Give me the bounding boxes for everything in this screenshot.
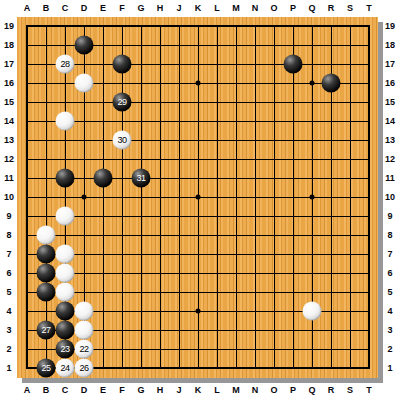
stone-black-E11[interactable] [94,169,113,188]
row-label-left-3: 3 [6,325,11,335]
grid-line-vertical [255,26,256,369]
col-label-top-L: L [214,3,220,13]
row-label-left-13: 13 [4,135,14,145]
col-label-bottom-F: F [119,385,125,395]
col-label-bottom-S: S [347,385,353,395]
stone-white-C5[interactable] [56,283,75,302]
stone-white-C1-move-24[interactable]: 24 [56,359,75,378]
col-label-top-M: M [232,3,240,13]
col-label-top-P: P [290,3,296,13]
stone-black-B6[interactable] [37,264,56,283]
col-label-bottom-M: M [232,385,240,395]
col-label-bottom-D: D [81,385,88,395]
grid-line-horizontal [27,216,370,217]
stone-white-B8[interactable] [37,226,56,245]
star-point-K10 [196,195,201,200]
row-label-left-15: 15 [4,97,14,107]
stone-white-C14[interactable] [56,112,75,131]
grid-line-vertical [274,26,275,369]
stone-white-D1-move-26[interactable]: 26 [75,359,94,378]
col-label-top-F: F [119,3,125,13]
col-label-bottom-R: R [328,385,335,395]
row-label-right-13: 13 [385,135,395,145]
col-label-bottom-O: O [270,385,277,395]
row-label-right-16: 16 [385,78,395,88]
row-label-left-16: 16 [4,78,14,88]
row-label-left-6: 6 [6,268,11,278]
go-diagram-page: AABBCCDDEEFFGGHHJJKKLLMMNNOOPPQQRRSSTT19… [0,0,400,400]
stone-black-G11-move-31[interactable]: 31 [132,169,151,188]
star-point-Q16 [310,81,315,86]
col-label-top-S: S [347,3,353,13]
col-label-bottom-H: H [157,385,164,395]
col-label-bottom-K: K [195,385,202,395]
col-label-bottom-P: P [290,385,296,395]
star-point-Q10 [310,195,315,200]
stone-white-C9[interactable] [56,207,75,226]
stone-black-C2-move-23[interactable]: 23 [56,340,75,359]
stone-white-D4[interactable] [75,302,94,321]
col-label-top-A: A [24,3,31,13]
row-label-left-12: 12 [4,154,14,164]
col-label-bottom-J: J [176,385,181,395]
grid-line-vertical [217,26,218,369]
stone-black-B3-move-27[interactable]: 27 [37,321,56,340]
stone-white-F13-move-30[interactable]: 30 [113,131,132,150]
row-label-right-18: 18 [385,40,395,50]
row-label-right-19: 19 [385,21,395,31]
stone-white-D3[interactable] [75,321,94,340]
stone-black-B5[interactable] [37,283,56,302]
row-label-left-5: 5 [6,287,11,297]
col-label-top-N: N [252,3,259,13]
col-label-top-J: J [176,3,181,13]
row-label-left-2: 2 [6,344,11,354]
row-label-right-11: 11 [385,173,395,183]
col-label-top-T: T [366,3,372,13]
stone-black-F15-move-29[interactable]: 29 [113,93,132,112]
row-label-left-4: 4 [6,306,11,316]
grid-line-horizontal [27,273,370,274]
stone-black-C11[interactable] [56,169,75,188]
row-label-right-9: 9 [387,211,392,221]
stone-white-C17-move-28[interactable]: 28 [56,55,75,74]
col-label-top-K: K [195,3,202,13]
row-label-left-18: 18 [4,40,14,50]
row-label-left-14: 14 [4,116,14,126]
stone-white-C7[interactable] [56,245,75,264]
star-point-D10 [82,195,87,200]
col-label-top-Q: Q [308,3,315,13]
stone-black-P17[interactable] [284,55,303,74]
col-label-top-B: B [43,3,50,13]
row-label-right-17: 17 [385,59,395,69]
row-label-left-17: 17 [4,59,14,69]
grid-line-horizontal [27,254,370,255]
col-label-top-O: O [270,3,277,13]
col-label-bottom-G: G [137,385,144,395]
col-label-bottom-T: T [366,385,372,395]
grid-line-vertical [293,26,294,369]
row-label-left-10: 10 [4,192,14,202]
col-label-bottom-Q: Q [308,385,315,395]
col-label-top-E: E [100,3,106,13]
row-label-right-8: 8 [387,230,392,240]
row-label-right-4: 4 [387,306,392,316]
row-label-left-1: 1 [6,363,11,373]
grid-line-horizontal [27,235,370,236]
row-label-right-2: 2 [387,344,392,354]
row-label-left-8: 8 [6,230,11,240]
star-point-K16 [196,81,201,86]
star-point-K4 [196,309,201,314]
col-label-top-G: G [137,3,144,13]
row-label-right-5: 5 [387,287,392,297]
grid-line-horizontal [27,292,370,293]
col-label-bottom-A: A [24,385,31,395]
col-label-bottom-L: L [214,385,220,395]
row-label-right-3: 3 [387,325,392,335]
row-label-right-10: 10 [385,192,395,202]
grid-line-vertical [350,26,351,369]
col-label-top-C: C [62,3,69,13]
col-label-top-H: H [157,3,164,13]
stone-black-B7[interactable] [37,245,56,264]
stone-black-R16[interactable] [322,74,341,93]
stone-white-C6[interactable] [56,264,75,283]
row-label-right-12: 12 [385,154,395,164]
col-label-bottom-B: B [43,385,50,395]
stone-white-D2-move-22[interactable]: 22 [75,340,94,359]
row-label-right-14: 14 [385,116,395,126]
row-label-left-9: 9 [6,211,11,221]
row-label-left-11: 11 [4,173,14,183]
col-label-top-R: R [328,3,335,13]
stone-white-D16[interactable] [75,74,94,93]
col-label-bottom-E: E [100,385,106,395]
stone-black-C4[interactable] [56,302,75,321]
row-label-left-19: 19 [4,21,14,31]
row-label-right-15: 15 [385,97,395,107]
row-label-right-1: 1 [387,363,392,373]
row-label-left-7: 7 [6,249,11,259]
stone-black-F17[interactable] [113,55,132,74]
grid-line-vertical [236,26,237,369]
stone-white-Q4[interactable] [303,302,322,321]
stone-black-B1-move-25[interactable]: 25 [37,359,56,378]
row-label-right-7: 7 [387,249,392,259]
col-label-bottom-C: C [62,385,69,395]
col-label-top-D: D [81,3,88,13]
stone-black-C3[interactable] [56,321,75,340]
row-label-right-6: 6 [387,268,392,278]
stone-black-D18[interactable] [75,36,94,55]
col-label-bottom-N: N [252,385,259,395]
